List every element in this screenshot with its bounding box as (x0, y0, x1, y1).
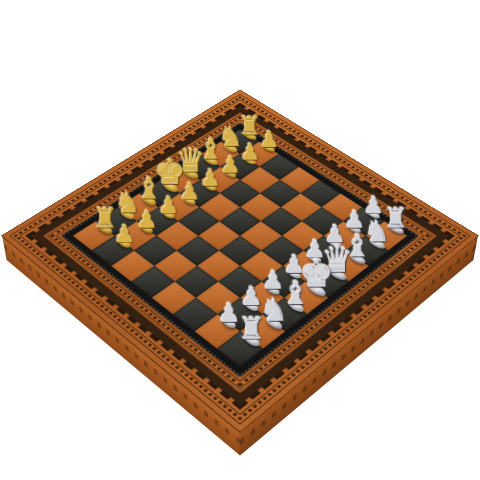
piece-gold-pawn[interactable]: ♟ (180, 193, 200, 207)
pawn-glyph: ♟ (179, 179, 200, 203)
pawn-glyph: ♟ (136, 207, 158, 231)
piece-gold-pawn[interactable]: ♟ (137, 221, 157, 235)
square-d3[interactable] (199, 193, 240, 221)
piece-gold-pawn[interactable]: ♟ (259, 142, 279, 154)
pawn-glyph: ♟ (240, 140, 260, 163)
piece-silver-pawn[interactable]: ♟ (218, 314, 240, 331)
piece-gold-pawn[interactable]: ♟ (240, 154, 260, 167)
piece-gold-pawn[interactable]: ♟ (220, 167, 240, 180)
piece-silver-rook[interactable]: ♜ (240, 331, 263, 348)
piece-gold-pawn[interactable]: ♟ (159, 207, 179, 221)
square-h2[interactable]: ♟ (92, 236, 134, 266)
pawn-glyph: ♟ (220, 153, 241, 176)
pawn-glyph: ♟ (200, 166, 221, 189)
pawn-glyph: ♟ (217, 300, 241, 326)
square-h8[interactable]: ♜ (217, 331, 263, 367)
playing-field: ♜♟♟♜♞♟♟♞♝♟♟♝♛♟♟♛♚♟♟♚♝♟♟♝♞♟♟♞♜♟♟♜ (73, 129, 407, 366)
square-h1[interactable]: ♜ (73, 221, 115, 250)
chess-board-box: ♜♟♟♜♞♟♟♞♝♟♟♝♛♟♟♛♚♟♟♚♝♟♟♝♞♟♟♞♜♟♟♜ (7, 114, 474, 456)
piece-gold-pawn[interactable]: ♟ (200, 180, 220, 193)
photo-stage: ♜♟♟♜♞♟♟♞♝♟♟♝♛♟♟♛♚♟♟♚♝♟♟♝♞♟♟♞♜♟♟♜ (0, 0, 480, 480)
rook-glyph: ♜ (238, 313, 265, 343)
scene: ♜♟♟♜♞♟♟♞♝♟♟♝♛♟♟♛♚♟♟♚♝♟♟♝♞♟♟♞♜♟♟♜ (0, 0, 480, 480)
pawn-glyph: ♟ (259, 128, 279, 151)
piece-gold-rook[interactable]: ♜ (96, 221, 115, 235)
square-b5[interactable] (281, 193, 322, 221)
pawn-glyph: ♟ (113, 222, 135, 247)
pawn-glyph: ♟ (157, 193, 179, 217)
piece-silver-knight[interactable]: ♞ (262, 314, 285, 331)
piece-gold-pawn[interactable]: ♟ (115, 236, 135, 251)
